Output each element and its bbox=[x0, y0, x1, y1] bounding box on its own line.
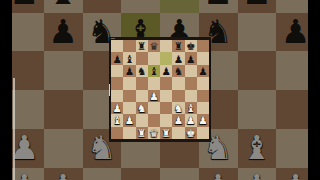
chess-app-window: ♜♛♜♚♟♝♟♟♟♞♝♟♞♟♟♟♞♞♝♝♟♟♟♟♜♛♜♚ bbox=[109, 37, 211, 142]
white-pawn[interactable]: ♟ bbox=[149, 90, 158, 102]
square-b1[interactable] bbox=[123, 127, 135, 139]
white-bishop[interactable]: ♝ bbox=[186, 102, 195, 114]
square-g2[interactable]: ♟ bbox=[185, 114, 197, 126]
square-f5[interactable] bbox=[172, 77, 184, 89]
square-d2[interactable] bbox=[148, 114, 160, 126]
black-pawn[interactable]: ♟ bbox=[198, 65, 207, 77]
square-b8[interactable] bbox=[123, 40, 135, 52]
square-c3[interactable]: ♞ bbox=[136, 102, 148, 114]
square-e1[interactable]: ♜ bbox=[160, 127, 172, 139]
black-pawn[interactable]: ♟ bbox=[112, 53, 121, 65]
square-g1[interactable]: ♚ bbox=[185, 127, 197, 139]
white-pawn[interactable]: ♟ bbox=[125, 114, 134, 126]
black-king[interactable]: ♚ bbox=[186, 40, 195, 52]
square-c7[interactable] bbox=[136, 52, 148, 64]
square-h8[interactable] bbox=[197, 40, 209, 52]
square-e3[interactable] bbox=[160, 102, 172, 114]
white-pawn[interactable]: ♟ bbox=[186, 114, 195, 126]
square-e6[interactable]: ♟ bbox=[160, 65, 172, 77]
square-d5[interactable] bbox=[148, 77, 160, 89]
square-h3[interactable] bbox=[197, 102, 209, 114]
square-a1[interactable] bbox=[111, 127, 123, 139]
black-pawn[interactable]: ♟ bbox=[186, 53, 195, 65]
black-rook[interactable]: ♜ bbox=[137, 40, 146, 52]
square-f7[interactable]: ♟ bbox=[172, 52, 184, 64]
black-pawn[interactable]: ♟ bbox=[125, 65, 134, 77]
square-a2[interactable]: ♝ bbox=[111, 114, 123, 126]
square-f1[interactable] bbox=[172, 127, 184, 139]
square-e8[interactable] bbox=[160, 40, 172, 52]
black-queen[interactable]: ♛ bbox=[149, 40, 158, 52]
square-b5[interactable] bbox=[123, 77, 135, 89]
white-pawn[interactable]: ♟ bbox=[198, 114, 207, 126]
chess-board[interactable]: ♜♛♜♚♟♝♟♟♟♞♝♟♞♟♟♟♞♞♝♝♟♟♟♟♜♛♜♚ bbox=[111, 40, 209, 139]
square-h4[interactable] bbox=[197, 90, 209, 102]
letterbox-left bbox=[0, 0, 12, 180]
square-e2[interactable] bbox=[160, 114, 172, 126]
square-a7[interactable]: ♟ bbox=[111, 52, 123, 64]
square-a3[interactable]: ♟ bbox=[111, 102, 123, 114]
black-knight[interactable]: ♞ bbox=[174, 65, 183, 77]
black-rook[interactable]: ♜ bbox=[174, 40, 183, 52]
black-pawn[interactable]: ♟ bbox=[174, 53, 183, 65]
board-scrollbar[interactable] bbox=[109, 84, 110, 96]
black-bishop[interactable]: ♝ bbox=[149, 65, 158, 77]
white-queen[interactable]: ♛ bbox=[149, 127, 158, 139]
letterbox-right bbox=[308, 0, 320, 180]
square-f3[interactable]: ♞ bbox=[172, 102, 184, 114]
square-d6[interactable]: ♝ bbox=[148, 65, 160, 77]
square-c2[interactable] bbox=[136, 114, 148, 126]
square-b7[interactable]: ♝ bbox=[123, 52, 135, 64]
square-c6[interactable]: ♞ bbox=[136, 65, 148, 77]
square-f2[interactable]: ♟ bbox=[172, 114, 184, 126]
square-b4[interactable] bbox=[123, 90, 135, 102]
square-b3[interactable] bbox=[123, 102, 135, 114]
white-knight[interactable]: ♞ bbox=[137, 102, 146, 114]
square-h1[interactable] bbox=[197, 127, 209, 139]
square-e4[interactable] bbox=[160, 90, 172, 102]
square-a4[interactable] bbox=[111, 90, 123, 102]
square-c1[interactable]: ♜ bbox=[136, 127, 148, 139]
video-frame: ♜♛♜♚♟♝♟♟♟♞♝♟♞♟♟♟♞♞♝♝♟♟♟♟♜♛♜♚ ♜♛♜♚♟♝♟♟♟♞♝… bbox=[0, 0, 320, 180]
window-control-dot bbox=[111, 38, 115, 39]
square-h6[interactable]: ♟ bbox=[197, 65, 209, 77]
square-d3[interactable] bbox=[148, 102, 160, 114]
window-bottombar bbox=[109, 139, 211, 142]
square-a5[interactable] bbox=[111, 77, 123, 89]
square-e5[interactable] bbox=[160, 77, 172, 89]
square-c4[interactable] bbox=[136, 90, 148, 102]
white-rook[interactable]: ♜ bbox=[161, 127, 170, 139]
black-pawn[interactable]: ♟ bbox=[161, 65, 170, 77]
white-bishop[interactable]: ♝ bbox=[112, 114, 121, 126]
white-king[interactable]: ♚ bbox=[186, 127, 195, 139]
square-d1[interactable]: ♛ bbox=[148, 127, 160, 139]
square-h7[interactable] bbox=[197, 52, 209, 64]
square-g8[interactable]: ♚ bbox=[185, 40, 197, 52]
white-pawn[interactable]: ♟ bbox=[112, 102, 121, 114]
square-c5[interactable] bbox=[136, 77, 148, 89]
square-d7[interactable] bbox=[148, 52, 160, 64]
square-d4[interactable]: ♟ bbox=[148, 90, 160, 102]
white-pawn[interactable]: ♟ bbox=[174, 114, 183, 126]
black-bishop[interactable]: ♝ bbox=[125, 53, 134, 65]
square-c8[interactable]: ♜ bbox=[136, 40, 148, 52]
square-f8[interactable]: ♜ bbox=[172, 40, 184, 52]
square-f6[interactable]: ♞ bbox=[172, 65, 184, 77]
square-g4[interactable] bbox=[185, 90, 197, 102]
square-a8[interactable] bbox=[111, 40, 123, 52]
square-d8[interactable]: ♛ bbox=[148, 40, 160, 52]
black-knight[interactable]: ♞ bbox=[137, 65, 146, 77]
square-b6[interactable]: ♟ bbox=[123, 65, 135, 77]
square-e7[interactable] bbox=[160, 52, 172, 64]
square-b2[interactable]: ♟ bbox=[123, 114, 135, 126]
square-g7[interactable]: ♟ bbox=[185, 52, 197, 64]
square-f4[interactable] bbox=[172, 90, 184, 102]
square-a6[interactable] bbox=[111, 65, 123, 77]
square-g3[interactable]: ♝ bbox=[185, 102, 197, 114]
white-knight[interactable]: ♞ bbox=[174, 102, 183, 114]
square-h5[interactable] bbox=[197, 77, 209, 89]
white-rook[interactable]: ♜ bbox=[137, 127, 146, 139]
background-scrollbar bbox=[13, 78, 15, 180]
square-g6[interactable] bbox=[185, 65, 197, 77]
square-h2[interactable]: ♟ bbox=[197, 114, 209, 126]
square-g5[interactable] bbox=[185, 77, 197, 89]
